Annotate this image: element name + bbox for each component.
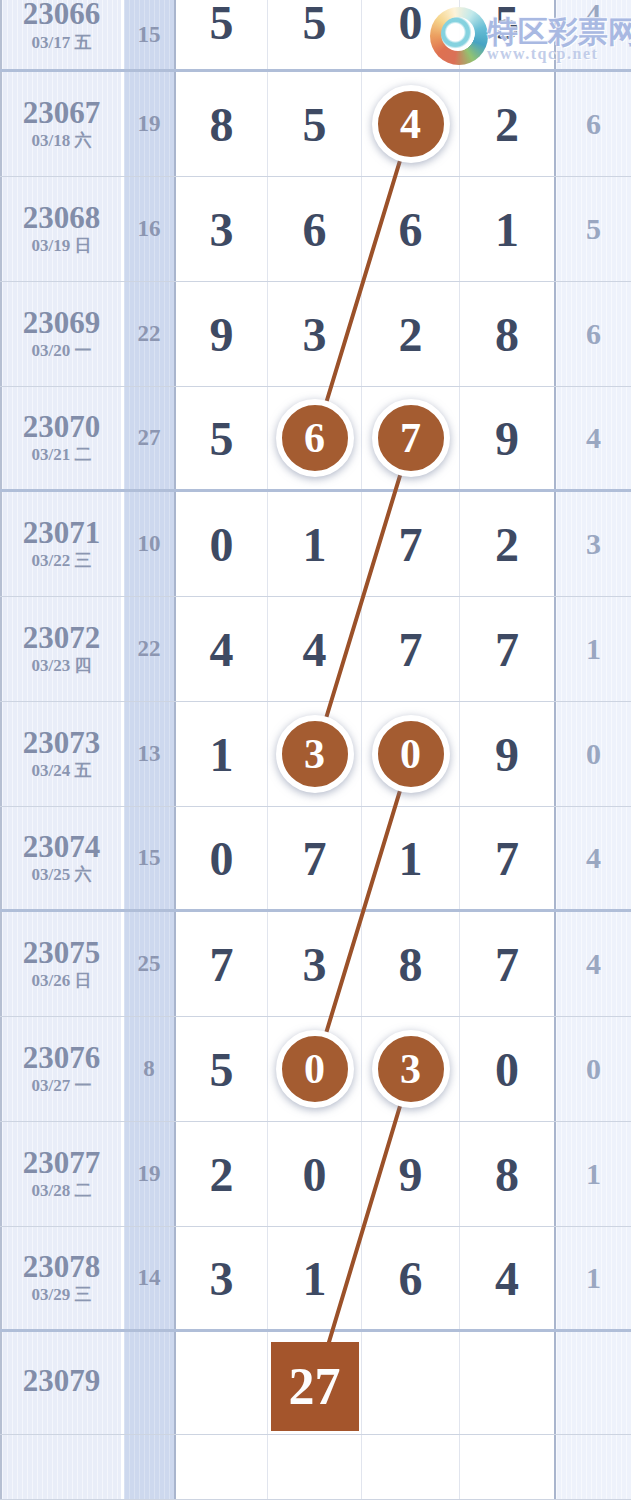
next-draw-number-square: 27 xyxy=(271,1342,359,1431)
sum-value: 8 xyxy=(143,1056,155,1082)
extra-value: 6 xyxy=(586,317,601,351)
draw-date: 03/28 二 xyxy=(32,1182,92,1201)
digit-cell-1: 7 xyxy=(176,912,268,1016)
digit-cell-4: 7 xyxy=(460,912,556,1016)
draw-cell: 23076 03/27 一 xyxy=(0,1017,121,1121)
digit-value: 7 xyxy=(495,831,519,886)
digit-value: 5 xyxy=(210,0,234,46)
table-row: 23070 03/21 二 27 5 6 7 9 4 xyxy=(0,387,631,492)
draw-number: 23066 xyxy=(23,0,101,31)
digit-cell-4: 1 xyxy=(460,177,556,281)
digit-cell-2: 5 xyxy=(268,0,362,69)
digit-value: 5 xyxy=(303,97,327,152)
digit-value: 8 xyxy=(210,97,234,152)
extra-cell: 4 xyxy=(556,807,631,909)
table-row: 23072 03/23 四 22 4 4 7 7 1 xyxy=(0,597,631,702)
draw-cell: 23077 03/28 二 xyxy=(0,1122,121,1226)
extra-value: 1 xyxy=(586,632,601,666)
digit-cell-3: 7 xyxy=(362,492,460,596)
table-row: 23077 03/28 二 19 2 0 9 8 1 xyxy=(0,1122,631,1227)
extra-value: 1 xyxy=(586,1261,601,1295)
sum-cell: 8 xyxy=(124,1017,176,1121)
digit-cell-4: 9 xyxy=(460,387,556,489)
digit-cell-3: 0 xyxy=(362,0,460,69)
digit-value: 8 xyxy=(399,937,423,992)
digit-cell-2: 3 xyxy=(268,912,362,1016)
sum-cell xyxy=(124,1435,176,1499)
extra-cell: 1 xyxy=(556,597,631,701)
digit-value: 9 xyxy=(399,1147,423,1202)
sum-value: 22 xyxy=(138,321,161,347)
extra-cell: 0 xyxy=(556,1017,631,1121)
digit-cell-3: 9 xyxy=(362,1122,460,1226)
digit-value: 7 xyxy=(210,937,234,992)
digit-cell-2: 7 xyxy=(268,807,362,909)
extra-cell: 6 xyxy=(556,72,631,176)
digit-value: 6 xyxy=(399,1251,423,1306)
digit-cell-3: 3 xyxy=(362,1017,460,1121)
sum-value: 19 xyxy=(138,1161,161,1187)
table-row: 23075 03/26 日 25 7 3 8 7 4 xyxy=(0,912,631,1017)
digit-cell-1: 5 xyxy=(176,0,268,69)
extra-value: 4 xyxy=(586,421,601,455)
draw-date: 03/20 一 xyxy=(32,342,92,361)
digit-value: 3 xyxy=(303,937,327,992)
digit-cell-2: 1 xyxy=(268,1227,362,1329)
extra-cell xyxy=(556,1435,631,1499)
extra-value: 4 xyxy=(586,841,601,875)
sum-value: 15 xyxy=(138,22,161,48)
digit-cell-3: 0 xyxy=(362,702,460,806)
draw-number: 23076 xyxy=(23,1042,101,1075)
extra-value: 4 xyxy=(586,0,601,29)
draw-date: 03/29 三 xyxy=(32,1286,92,1305)
digit-value: 9 xyxy=(495,411,519,466)
draw-number: 23077 xyxy=(23,1147,101,1180)
rows-container: 23066 03/17 五 15 5 5 0 5 4 23067 03/18 六… xyxy=(0,0,631,1500)
sum-value: 22 xyxy=(138,636,161,662)
digit-value: 0 xyxy=(399,0,423,46)
sum-cell xyxy=(124,1332,176,1434)
table-row: 23066 03/17 五 15 5 5 0 5 4 xyxy=(0,0,631,72)
digit-value: 5 xyxy=(210,411,234,466)
draw-cell: 23070 03/21 二 xyxy=(0,387,121,489)
hit-number-circle: 0 xyxy=(276,1030,354,1108)
sum-cell: 19 xyxy=(124,72,176,176)
sum-cell: 25 xyxy=(124,912,176,1016)
sum-cell: 13 xyxy=(124,702,176,806)
digit-value: 4 xyxy=(303,622,327,677)
sum-value: 16 xyxy=(138,216,161,242)
hit-number-circle: 0 xyxy=(372,715,450,793)
draw-number: 23072 xyxy=(23,622,101,655)
sum-value: 27 xyxy=(138,425,161,451)
sum-value: 13 xyxy=(138,741,161,767)
extra-cell: 0 xyxy=(556,702,631,806)
sum-value: 10 xyxy=(138,531,161,557)
table-row: 23079 27 xyxy=(0,1332,631,1435)
draw-cell: 23079 xyxy=(0,1332,121,1434)
digit-value: 0 xyxy=(495,1042,519,1097)
extra-value: 4 xyxy=(586,947,601,981)
extra-cell: 3 xyxy=(556,492,631,596)
draw-number: 23068 xyxy=(23,202,101,235)
digit-value: 2 xyxy=(210,1147,234,1202)
digit-value: 1 xyxy=(303,1251,327,1306)
digit-cell-4: 4 xyxy=(460,1227,556,1329)
digit-value: 7 xyxy=(495,622,519,677)
digit-cell-2: 0 xyxy=(268,1017,362,1121)
digit-value: 5 xyxy=(495,0,519,46)
sum-value: 25 xyxy=(138,951,161,977)
draw-date: 03/22 三 xyxy=(32,552,92,571)
draw-date: 03/18 六 xyxy=(32,132,92,151)
extra-value: 5 xyxy=(586,212,601,246)
digit-value: 1 xyxy=(303,517,327,572)
digit-cell-1: 8 xyxy=(176,72,268,176)
digit-cell-4: 7 xyxy=(460,597,556,701)
digit-cell-4 xyxy=(460,1332,556,1434)
draw-number: 23067 xyxy=(23,97,101,130)
digit-cell-3: 4 xyxy=(362,72,460,176)
digit-value: 2 xyxy=(495,517,519,572)
digit-cell-4 xyxy=(460,1435,556,1499)
extra-cell: 1 xyxy=(556,1227,631,1329)
sum-value: 19 xyxy=(138,111,161,137)
digit-cell-1 xyxy=(176,1435,268,1499)
digit-value: 7 xyxy=(399,622,423,677)
draw-cell: 23067 03/18 六 xyxy=(0,72,121,176)
sum-cell: 19 xyxy=(124,1122,176,1226)
digit-cell-1: 9 xyxy=(176,282,268,386)
extra-value: 1 xyxy=(586,1157,601,1191)
digit-value: 9 xyxy=(495,727,519,782)
draw-number: 23070 xyxy=(23,411,101,444)
digit-cell-1: 0 xyxy=(176,807,268,909)
digit-cell-3: 6 xyxy=(362,177,460,281)
digit-value: 3 xyxy=(303,307,327,362)
table-row: 23073 03/24 五 13 1 3 0 9 0 xyxy=(0,702,631,807)
digit-value: 6 xyxy=(399,202,423,257)
digit-cell-3: 7 xyxy=(362,597,460,701)
digit-cell-2: 1 xyxy=(268,492,362,596)
draw-number: 23073 xyxy=(23,727,101,760)
draw-cell: 23073 03/24 五 xyxy=(0,702,121,806)
draw-date: 03/23 四 xyxy=(32,657,92,676)
digit-value: 6 xyxy=(303,202,327,257)
digit-cell-3: 6 xyxy=(362,1227,460,1329)
draw-cell: 23066 03/17 五 xyxy=(0,0,121,69)
digit-cell-2: 27 xyxy=(268,1332,362,1434)
digit-cell-4: 8 xyxy=(460,1122,556,1226)
sum-cell: 10 xyxy=(124,492,176,596)
digit-value: 7 xyxy=(495,937,519,992)
digit-value: 1 xyxy=(399,831,423,886)
digit-value: 0 xyxy=(210,831,234,886)
digit-cell-3 xyxy=(362,1435,460,1499)
draw-number: 23075 xyxy=(23,937,101,970)
digit-cell-1: 4 xyxy=(176,597,268,701)
draw-cell: 23074 03/25 六 xyxy=(0,807,121,909)
digit-value: 9 xyxy=(210,307,234,362)
digit-cell-3: 2 xyxy=(362,282,460,386)
digit-cell-3: 8 xyxy=(362,912,460,1016)
digit-value: 3 xyxy=(210,1251,234,1306)
digit-cell-4: 9 xyxy=(460,702,556,806)
draw-cell: 23072 03/23 四 xyxy=(0,597,121,701)
hit-number-circle: 3 xyxy=(276,715,354,793)
extra-cell: 4 xyxy=(556,387,631,489)
table-row: 23076 03/27 一 8 5 0 3 0 0 xyxy=(0,1017,631,1122)
draw-date: 03/19 日 xyxy=(32,237,92,256)
draw-date: 03/24 五 xyxy=(32,762,92,781)
digit-value: 4 xyxy=(210,622,234,677)
sum-cell: 14 xyxy=(124,1227,176,1329)
extra-value: 0 xyxy=(586,737,601,771)
digit-cell-4: 2 xyxy=(460,492,556,596)
digit-value: 1 xyxy=(495,202,519,257)
hit-number-circle: 6 xyxy=(276,399,354,477)
draw-cell: 23075 03/26 日 xyxy=(0,912,121,1016)
draw-date: 03/26 日 xyxy=(32,972,92,991)
digit-value: 3 xyxy=(210,202,234,257)
draw-date: 03/27 一 xyxy=(32,1077,92,1096)
draw-number: 23071 xyxy=(23,517,101,550)
extra-cell xyxy=(556,1332,631,1434)
digit-value: 5 xyxy=(210,1042,234,1097)
draw-number: 23074 xyxy=(23,831,101,864)
digit-cell-1: 0 xyxy=(176,492,268,596)
digit-cell-1: 3 xyxy=(176,177,268,281)
table-row: 23067 03/18 六 19 8 5 4 2 6 xyxy=(0,72,631,177)
draw-cell: 23078 03/29 三 xyxy=(0,1227,121,1329)
extra-cell: 1 xyxy=(556,1122,631,1226)
digit-value: 1 xyxy=(210,727,234,782)
digit-value: 2 xyxy=(495,97,519,152)
table-row: 23068 03/19 日 16 3 6 6 1 5 xyxy=(0,177,631,282)
draw-date: 03/17 五 xyxy=(32,34,92,53)
hit-number-circle: 7 xyxy=(372,399,450,477)
hit-number-circle: 4 xyxy=(372,85,450,163)
table-row xyxy=(0,1435,631,1500)
sum-cell: 16 xyxy=(124,177,176,281)
digit-cell-1 xyxy=(176,1332,268,1434)
digit-cell-3: 1 xyxy=(362,807,460,909)
digit-cell-2: 3 xyxy=(268,282,362,386)
digit-cell-4: 8 xyxy=(460,282,556,386)
digit-cell-2: 3 xyxy=(268,702,362,806)
digit-cell-1: 1 xyxy=(176,702,268,806)
table-row: 23069 03/20 一 22 9 3 2 8 6 xyxy=(0,282,631,387)
digit-value: 5 xyxy=(303,0,327,46)
hit-number-circle: 3 xyxy=(372,1030,450,1108)
draw-cell: 23068 03/19 日 xyxy=(0,177,121,281)
draw-cell xyxy=(0,1435,121,1499)
digit-cell-4: 7 xyxy=(460,807,556,909)
digit-cell-3: 7 xyxy=(362,387,460,489)
digit-cell-4: 2 xyxy=(460,72,556,176)
digit-cell-4: 5 xyxy=(460,0,556,69)
digit-value: 0 xyxy=(210,517,234,572)
extra-value: 6 xyxy=(586,107,601,141)
sum-cell: 15 xyxy=(124,0,176,69)
digit-cell-1: 5 xyxy=(176,387,268,489)
digit-value: 7 xyxy=(303,831,327,886)
extra-cell: 4 xyxy=(556,912,631,1016)
draw-number: 23069 xyxy=(23,307,101,340)
sum-cell: 15 xyxy=(124,807,176,909)
extra-cell: 5 xyxy=(556,177,631,281)
digit-value: 8 xyxy=(495,1147,519,1202)
extra-cell: 4 xyxy=(556,0,631,69)
sum-cell: 22 xyxy=(124,597,176,701)
digit-cell-4: 0 xyxy=(460,1017,556,1121)
digit-cell-2 xyxy=(268,1435,362,1499)
sum-cell: 27 xyxy=(124,387,176,489)
table-row: 23078 03/29 三 14 3 1 6 4 1 xyxy=(0,1227,631,1332)
sum-value: 15 xyxy=(138,845,161,871)
digit-cell-1: 5 xyxy=(176,1017,268,1121)
draw-cell: 23071 03/22 三 xyxy=(0,492,121,596)
digit-cell-2: 5 xyxy=(268,72,362,176)
digit-cell-2: 6 xyxy=(268,387,362,489)
digit-cell-1: 2 xyxy=(176,1122,268,1226)
digit-cell-2: 6 xyxy=(268,177,362,281)
digit-value: 7 xyxy=(399,517,423,572)
digit-cell-3 xyxy=(362,1332,460,1434)
digit-value: 0 xyxy=(303,1147,327,1202)
draw-number: 23078 xyxy=(23,1251,101,1284)
draw-date: 03/25 六 xyxy=(32,866,92,885)
lottery-trend-chart: 23066 03/17 五 15 5 5 0 5 4 23067 03/18 六… xyxy=(0,0,631,1500)
draw-number: 23079 xyxy=(23,1365,101,1398)
table-row: 23074 03/25 六 15 0 7 1 7 4 xyxy=(0,807,631,912)
digit-value: 8 xyxy=(495,307,519,362)
extra-value: 0 xyxy=(586,1052,601,1086)
table-row: 23071 03/22 三 10 0 1 7 2 3 xyxy=(0,492,631,597)
digit-value: 4 xyxy=(495,1251,519,1306)
digit-cell-2: 0 xyxy=(268,1122,362,1226)
extra-value: 3 xyxy=(586,527,601,561)
digit-cell-2: 4 xyxy=(268,597,362,701)
draw-date: 03/21 二 xyxy=(32,446,92,465)
draw-cell: 23069 03/20 一 xyxy=(0,282,121,386)
digit-cell-1: 3 xyxy=(176,1227,268,1329)
digit-value: 2 xyxy=(399,307,423,362)
sum-cell: 22 xyxy=(124,282,176,386)
sum-value: 14 xyxy=(138,1265,161,1291)
extra-cell: 6 xyxy=(556,282,631,386)
